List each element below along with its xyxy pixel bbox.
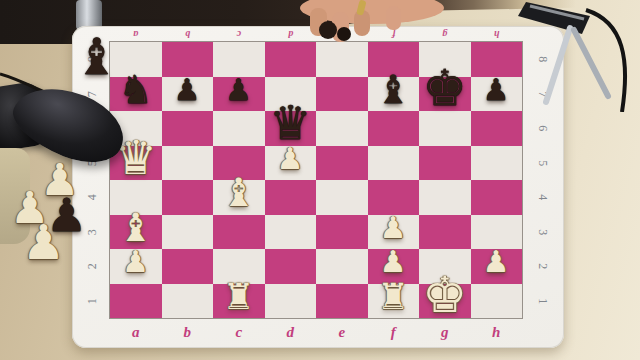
- square-b2: [162, 249, 214, 284]
- video-frame: { "game": "chess", "position": { "fen": …: [0, 0, 640, 360]
- square-d5: [265, 146, 317, 181]
- chess-mat: ♞♟♟♝♚♟♛♛♟♝♝♟♟♟♟♜♜♚ abcdefgh abcdefgh 876…: [72, 26, 564, 348]
- square-f5: [368, 146, 420, 181]
- square-g4: [419, 180, 471, 215]
- square-e7: [316, 77, 368, 112]
- square-d3: [265, 215, 317, 250]
- square-c3: [213, 215, 265, 250]
- square-d6: [265, 111, 317, 146]
- square-f1: [368, 284, 420, 319]
- square-c7: [213, 77, 265, 112]
- square-d1: [265, 284, 317, 319]
- square-d2: [265, 249, 317, 284]
- file-label-bottom-h: h: [471, 320, 523, 344]
- square-g6: [419, 111, 471, 146]
- square-d8: [265, 42, 317, 77]
- square-f3: [368, 215, 420, 250]
- file-labels-bottom: abcdefgh: [110, 320, 522, 344]
- rank-label-right-5: 5: [526, 148, 561, 178]
- square-a4: [110, 180, 162, 215]
- square-a1: [110, 284, 162, 319]
- microphone-tripod: [512, 0, 640, 112]
- square-e5: [316, 146, 368, 181]
- rank-label-right-2: 2: [526, 251, 561, 281]
- file-label-bottom-d: d: [265, 320, 317, 344]
- square-g7: [419, 77, 471, 112]
- square-c5: [213, 146, 265, 181]
- square-f2: [368, 249, 420, 284]
- square-f6: [368, 111, 420, 146]
- file-label-bottom-f: f: [368, 320, 420, 344]
- square-d7: [265, 77, 317, 112]
- rank-label-right-1: 1: [526, 286, 561, 316]
- square-e1: [316, 284, 368, 319]
- square-e2: [316, 249, 368, 284]
- file-label-bottom-g: g: [419, 320, 471, 344]
- square-h1: [471, 284, 523, 319]
- square-b5: [162, 146, 214, 181]
- square-b4: [162, 180, 214, 215]
- square-g2: [419, 249, 471, 284]
- captured-white-pawn-3: ♟: [22, 218, 65, 266]
- square-h2: [471, 249, 523, 284]
- square-b8: [162, 42, 214, 77]
- square-e8: [316, 42, 368, 77]
- square-f7: [368, 77, 420, 112]
- square-e3: [316, 215, 368, 250]
- square-c4: [213, 180, 265, 215]
- square-a2: [110, 249, 162, 284]
- file-label-top-c: c: [213, 27, 265, 42]
- file-label-bottom-a: a: [110, 320, 162, 344]
- square-g1: [419, 284, 471, 319]
- square-d4: [265, 180, 317, 215]
- file-label-bottom-c: c: [213, 320, 265, 344]
- file-label-top-b: b: [162, 27, 214, 42]
- file-label-bottom-e: e: [316, 320, 368, 344]
- square-h4: [471, 180, 523, 215]
- file-label-bottom-b: b: [162, 320, 214, 344]
- rank-label-left-1: 1: [75, 287, 110, 315]
- square-c8: [213, 42, 265, 77]
- square-e6: [316, 111, 368, 146]
- square-g3: [419, 215, 471, 250]
- square-g8: [419, 42, 471, 77]
- rank-label-right-6: 6: [526, 113, 561, 143]
- square-h3: [471, 215, 523, 250]
- square-f8: [368, 42, 420, 77]
- square-b3: [162, 215, 214, 250]
- square-c1: [213, 284, 265, 319]
- rank-label-right-3: 3: [526, 217, 561, 247]
- chess-board: ♞♟♟♝♚♟♛♛♟♝♝♟♟♟♟♜♜♚: [110, 42, 522, 318]
- square-b7: [162, 77, 214, 112]
- square-b1: [162, 284, 214, 319]
- player-hand: [288, 0, 448, 44]
- square-c2: [213, 249, 265, 284]
- rank-label-left-2: 2: [75, 252, 110, 280]
- square-h5: [471, 146, 523, 181]
- square-c6: [213, 111, 265, 146]
- captured-black-bishop: ♝: [74, 32, 119, 82]
- square-a3: [110, 215, 162, 250]
- square-f4: [368, 180, 420, 215]
- square-e4: [316, 180, 368, 215]
- square-b6: [162, 111, 214, 146]
- square-g5: [419, 146, 471, 181]
- square-h6: [471, 111, 523, 146]
- rank-label-right-4: 4: [526, 182, 561, 212]
